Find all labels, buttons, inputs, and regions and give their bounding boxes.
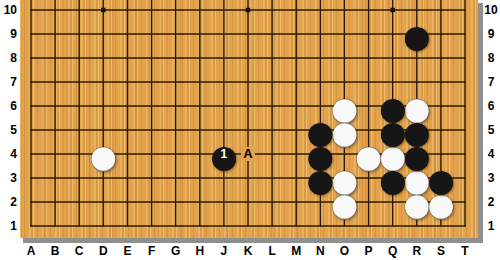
row-label-left-7: 7 (0, 75, 17, 90)
row-label-left-4: 4 (0, 147, 17, 162)
black-stone-R9: ● (405, 22, 429, 46)
black-stone-J4: ●1 (212, 142, 236, 166)
row-labels-left: 10987654321 (0, 0, 17, 238)
row-label-right-3: 3 (484, 171, 498, 186)
col-label-E: E (117, 244, 137, 259)
white-stone-R2: ● (405, 190, 429, 214)
row-label-right-1: 1 (484, 219, 498, 234)
go-diagram: 10987654321 10987654321 ABCDEFGHJKLMNOPQ… (0, 0, 500, 260)
row-label-right-7: 7 (484, 75, 498, 90)
col-label-S: S (431, 244, 451, 259)
white-stone: ● (355, 141, 382, 172)
black-stone: ● (379, 165, 406, 196)
board-shadow-bottom (23, 238, 483, 243)
black-stone: ● (403, 21, 430, 52)
go-board[interactable]: ●●●●●●●●●●●●1●●●●●●●●●●A (20, 0, 478, 238)
black-stone: ● (379, 117, 406, 148)
black-stone-R4: ● (405, 142, 429, 166)
col-label-K: K (238, 244, 258, 259)
row-label-left-8: 8 (0, 51, 17, 66)
column-labels-bottom: ABCDEFGHJKLMNOPQRST (0, 242, 500, 258)
col-label-O: O (334, 244, 354, 259)
board-points: ●●●●●●●●●●●●1●●●●●●●●●●A (19, 0, 477, 238)
col-label-D: D (93, 244, 113, 259)
row-label-left-6: 6 (0, 99, 17, 114)
row-labels-right: 10987654321 (484, 0, 498, 238)
point-marker-A: A (236, 142, 260, 166)
row-label-left-3: 3 (0, 171, 17, 186)
white-stone-P4: ● (357, 142, 381, 166)
row-label-right-8: 8 (484, 51, 498, 66)
white-stone: ● (403, 189, 430, 220)
col-label-T: T (455, 244, 475, 259)
white-stone-D4: ● (91, 142, 115, 166)
black-stone-S3: ● (429, 166, 453, 190)
board-shadow-right (478, 3, 483, 243)
black-stone: ● (307, 165, 334, 196)
row-label-right-5: 5 (484, 123, 498, 138)
col-label-G: G (166, 244, 186, 259)
row-label-left-1: 1 (0, 219, 17, 234)
black-stone-N3: ● (308, 166, 332, 190)
white-stone: ● (331, 189, 358, 220)
black-stone-Q5: ● (381, 118, 405, 142)
col-label-M: M (286, 244, 306, 259)
marker-K4: A (236, 142, 260, 166)
row-label-right-4: 4 (484, 147, 498, 162)
col-label-J: J (214, 244, 234, 259)
row-label-right-10: 10 (484, 3, 498, 18)
col-label-B: B (45, 244, 65, 259)
col-label-F: F (142, 244, 162, 259)
black-stone: ● (403, 141, 430, 172)
row-label-left-5: 5 (0, 123, 17, 138)
move-number-label: 1 (212, 142, 236, 166)
row-label-right-9: 9 (484, 27, 498, 42)
row-label-right-6: 6 (484, 99, 498, 114)
row-label-left-9: 9 (0, 27, 17, 42)
row-label-right-2: 2 (484, 195, 498, 210)
black-stone: ● (427, 165, 454, 196)
white-stone: ● (90, 141, 117, 172)
row-label-left-2: 2 (0, 195, 17, 210)
col-label-N: N (310, 244, 330, 259)
col-label-C: C (69, 244, 89, 259)
col-label-A: A (21, 244, 41, 259)
white-stone-O5: ● (332, 118, 356, 142)
col-label-Q: Q (383, 244, 403, 259)
col-label-R: R (407, 244, 427, 259)
black-stone-Q3: ● (381, 166, 405, 190)
white-stone-O2: ● (332, 190, 356, 214)
col-label-P: P (359, 244, 379, 259)
row-label-left-10: 10 (0, 3, 17, 18)
col-label-L: L (262, 244, 282, 259)
col-label-H: H (190, 244, 210, 259)
white-stone: ● (331, 117, 358, 148)
